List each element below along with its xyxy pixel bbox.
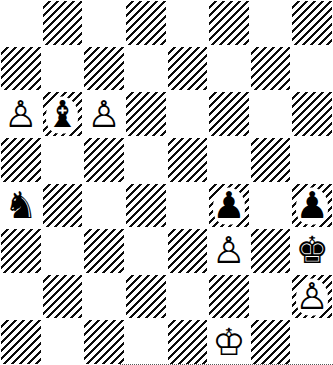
square-c1 xyxy=(83,319,125,365)
square-a4: ♞ xyxy=(0,183,42,229)
square-h3: ♚ xyxy=(291,228,333,274)
square-b8 xyxy=(42,0,84,46)
square-b7 xyxy=(42,46,84,92)
square-h1 xyxy=(291,319,333,365)
square-f8 xyxy=(208,0,250,46)
square-c6: ♙ xyxy=(83,91,125,137)
square-c2 xyxy=(83,274,125,320)
square-a5 xyxy=(0,137,42,183)
square-c4 xyxy=(83,183,125,229)
white-pawn-f3: ♙ xyxy=(208,228,250,274)
square-f3: ♙ xyxy=(208,228,250,274)
black-knight-a4: ♞ xyxy=(0,183,42,229)
square-h6 xyxy=(291,91,333,137)
square-b5 xyxy=(42,137,84,183)
square-e6 xyxy=(167,91,209,137)
square-a3 xyxy=(0,228,42,274)
white-king-f1: ♔ xyxy=(208,319,250,365)
square-g8 xyxy=(250,0,292,46)
square-e4 xyxy=(167,183,209,229)
square-g2 xyxy=(250,274,292,320)
square-h5 xyxy=(291,137,333,183)
square-a6: ♙ xyxy=(0,91,42,137)
square-b3 xyxy=(42,228,84,274)
square-g6 xyxy=(250,91,292,137)
square-a8 xyxy=(0,0,42,46)
square-f6 xyxy=(208,91,250,137)
square-b1 xyxy=(42,319,84,365)
square-f4: ♟ xyxy=(208,183,250,229)
square-b2 xyxy=(42,274,84,320)
black-pawn-f4: ♟ xyxy=(208,183,250,229)
square-c3 xyxy=(83,228,125,274)
square-h7 xyxy=(291,46,333,92)
square-d7 xyxy=(125,46,167,92)
white-pawn-c6: ♙ xyxy=(83,91,125,137)
square-d6 xyxy=(125,91,167,137)
square-d3 xyxy=(125,228,167,274)
square-d8 xyxy=(125,0,167,46)
square-h8 xyxy=(291,0,333,46)
square-c5 xyxy=(83,137,125,183)
square-e3 xyxy=(167,228,209,274)
square-a7 xyxy=(0,46,42,92)
square-d1 xyxy=(125,319,167,365)
chess-board: ♙♝♙♞♟♟♙♚♙♔ xyxy=(0,0,333,365)
square-f1: ♔ xyxy=(208,319,250,365)
square-d2 xyxy=(125,274,167,320)
square-a2 xyxy=(0,274,42,320)
square-d4 xyxy=(125,183,167,229)
square-a1 xyxy=(0,319,42,365)
square-g4 xyxy=(250,183,292,229)
square-g1 xyxy=(250,319,292,365)
square-h2: ♙ xyxy=(291,274,333,320)
square-g5 xyxy=(250,137,292,183)
black-bishop-b6: ♝ xyxy=(42,91,84,137)
square-h4: ♟ xyxy=(291,183,333,229)
square-b6: ♝ xyxy=(42,91,84,137)
black-king-h3: ♚ xyxy=(291,228,333,274)
black-pawn-h4: ♟ xyxy=(291,183,333,229)
square-c7 xyxy=(83,46,125,92)
square-g3 xyxy=(250,228,292,274)
square-e8 xyxy=(167,0,209,46)
square-f2 xyxy=(208,274,250,320)
square-g7 xyxy=(250,46,292,92)
white-pawn-h2: ♙ xyxy=(291,274,333,320)
square-e1 xyxy=(167,319,209,365)
square-e2 xyxy=(167,274,209,320)
chess-diagram: ♙♝♙♞♟♟♙♚♙♔ xyxy=(0,0,333,365)
square-f5 xyxy=(208,137,250,183)
square-e7 xyxy=(167,46,209,92)
square-b4 xyxy=(42,183,84,229)
square-d5 xyxy=(125,137,167,183)
square-e5 xyxy=(167,137,209,183)
square-f7 xyxy=(208,46,250,92)
white-pawn-a6: ♙ xyxy=(0,91,42,137)
square-c8 xyxy=(83,0,125,46)
